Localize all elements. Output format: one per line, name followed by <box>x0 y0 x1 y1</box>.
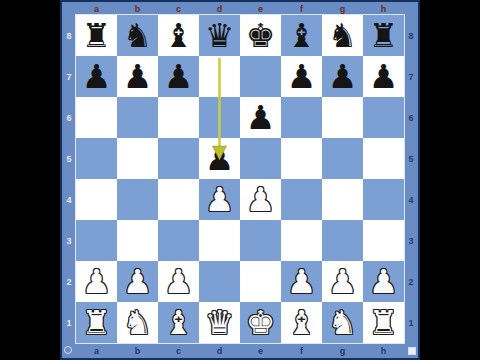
square-b8: ♞ <box>117 15 158 56</box>
piece-wp-f2: ♟ <box>287 261 317 302</box>
square-g6 <box>322 97 363 138</box>
rank-label-5: 5 <box>408 154 413 164</box>
file-label-f: f <box>281 346 322 356</box>
file-label-e: e <box>240 346 281 356</box>
file-label-f: f <box>281 4 322 14</box>
square-d3 <box>199 220 240 261</box>
rank-label-6: 6 <box>66 113 71 123</box>
square-h7: ♟ <box>363 56 404 97</box>
square-f3 <box>281 220 322 261</box>
square-g2: ♟ <box>322 261 363 302</box>
file-label-h: h <box>363 346 404 356</box>
square-b4 <box>117 179 158 220</box>
square-a4 <box>76 179 117 220</box>
square-a1: ♜ <box>76 302 117 343</box>
square-b1: ♞ <box>117 302 158 343</box>
square-a5 <box>76 138 117 179</box>
piece-wp-g2: ♟ <box>328 261 358 302</box>
file-label-c: c <box>158 4 199 14</box>
square-h1: ♜ <box>363 302 404 343</box>
file-label-b: b <box>117 346 158 356</box>
piece-bp-b7: ♟ <box>123 56 153 97</box>
rank-label-6: 6 <box>408 113 413 123</box>
square-a7: ♟ <box>76 56 117 97</box>
square-b2: ♟ <box>117 261 158 302</box>
square-g1: ♞ <box>322 302 363 343</box>
rank-labels-left: 87654321 <box>62 15 76 343</box>
file-label-h: h <box>363 4 404 14</box>
square-d5: ♟ <box>199 138 240 179</box>
file-label-a: a <box>76 346 117 356</box>
piece-br-a8: ♜ <box>82 15 112 56</box>
square-h2: ♟ <box>363 261 404 302</box>
square-g8: ♞ <box>322 15 363 56</box>
square-a2: ♟ <box>76 261 117 302</box>
square-g3 <box>322 220 363 261</box>
rank-label-4: 4 <box>408 195 413 205</box>
rank-label-7: 7 <box>66 72 71 82</box>
square-h8: ♜ <box>363 15 404 56</box>
chess-diagram: abcdefgh 87654321 ♜♞♝♛♚♝♞♜♟♟♟♟♟♟♟♟♟♟♟♟♟♟… <box>60 0 420 360</box>
piece-bp-d5: ♟ <box>205 138 235 179</box>
piece-bp-a7: ♟ <box>82 56 112 97</box>
square-f5 <box>281 138 322 179</box>
rank-label-5: 5 <box>66 154 71 164</box>
square-c8: ♝ <box>158 15 199 56</box>
piece-wp-a2: ♟ <box>82 261 112 302</box>
piece-wq-d1: ♛ <box>205 302 235 343</box>
square-a6 <box>76 97 117 138</box>
square-e6: ♟ <box>240 97 281 138</box>
board: ♜♞♝♛♚♝♞♜♟♟♟♟♟♟♟♟♟♟♟♟♟♟♟♟♜♞♝♛♚♝♞♜ <box>76 15 404 343</box>
piece-bk-e8: ♚ <box>246 15 276 56</box>
square-c5 <box>158 138 199 179</box>
piece-bb-c8: ♝ <box>164 15 194 56</box>
video-frame: abcdefgh 87654321 ♜♞♝♛♚♝♞♜♟♟♟♟♟♟♟♟♟♟♟♟♟♟… <box>0 0 480 360</box>
piece-bp-e6: ♟ <box>246 97 276 138</box>
file-labels-top: abcdefgh <box>76 2 404 15</box>
piece-bp-c7: ♟ <box>164 56 194 97</box>
piece-wb-c1: ♝ <box>164 302 194 343</box>
square-h6 <box>363 97 404 138</box>
piece-wr-h1: ♜ <box>369 302 399 343</box>
square-c2: ♟ <box>158 261 199 302</box>
file-label-d: d <box>199 346 240 356</box>
file-label-c: c <box>158 346 199 356</box>
piece-bq-d8: ♛ <box>205 15 235 56</box>
rank-label-1: 1 <box>408 318 413 328</box>
square-e8: ♚ <box>240 15 281 56</box>
rank-label-8: 8 <box>408 31 413 41</box>
square-h4 <box>363 179 404 220</box>
piece-bb-f8: ♝ <box>287 15 317 56</box>
square-f8: ♝ <box>281 15 322 56</box>
file-label-a: a <box>76 4 117 14</box>
rank-label-3: 3 <box>66 236 71 246</box>
rank-label-8: 8 <box>66 31 71 41</box>
square-f1: ♝ <box>281 302 322 343</box>
piece-wk-e1: ♚ <box>246 302 276 343</box>
piece-wn-b1: ♞ <box>123 302 153 343</box>
rank-label-2: 2 <box>66 277 71 287</box>
rank-label-4: 4 <box>66 195 71 205</box>
piece-bn-b8: ♞ <box>123 15 153 56</box>
square-f6 <box>281 97 322 138</box>
square-g5 <box>322 138 363 179</box>
square-c7: ♟ <box>158 56 199 97</box>
rank-label-2: 2 <box>408 277 413 287</box>
file-label-d: d <box>199 4 240 14</box>
file-labels-bottom: abcdefgh <box>76 343 404 358</box>
square-c6 <box>158 97 199 138</box>
square-icon[interactable] <box>408 347 416 355</box>
rank-label-3: 3 <box>408 236 413 246</box>
square-e2 <box>240 261 281 302</box>
square-f2: ♟ <box>281 261 322 302</box>
piece-wn-g1: ♞ <box>328 302 358 343</box>
square-e3 <box>240 220 281 261</box>
square-h3 <box>363 220 404 261</box>
square-d8: ♛ <box>199 15 240 56</box>
square-c3 <box>158 220 199 261</box>
square-e5 <box>240 138 281 179</box>
square-d2 <box>199 261 240 302</box>
piece-wb-f1: ♝ <box>287 302 317 343</box>
square-b5 <box>117 138 158 179</box>
piece-wp-b2: ♟ <box>123 261 153 302</box>
rank-labels-right: 87654321 <box>404 15 418 343</box>
square-d7 <box>199 56 240 97</box>
piece-bp-g7: ♟ <box>328 56 358 97</box>
file-label-b: b <box>117 4 158 14</box>
piece-wp-d4: ♟ <box>205 179 235 220</box>
square-e1: ♚ <box>240 302 281 343</box>
rank-label-1: 1 <box>66 318 71 328</box>
square-e7 <box>240 56 281 97</box>
piece-wp-e4: ♟ <box>246 179 276 220</box>
square-b3 <box>117 220 158 261</box>
square-h5 <box>363 138 404 179</box>
file-label-e: e <box>240 4 281 14</box>
rotate-circle-icon[interactable] <box>64 346 72 354</box>
piece-bn-g8: ♞ <box>328 15 358 56</box>
file-label-g: g <box>322 346 363 356</box>
square-b7: ♟ <box>117 56 158 97</box>
square-c4 <box>158 179 199 220</box>
piece-wp-h2: ♟ <box>369 261 399 302</box>
square-f4 <box>281 179 322 220</box>
file-label-g: g <box>322 4 363 14</box>
piece-br-h8: ♜ <box>369 15 399 56</box>
square-f7: ♟ <box>281 56 322 97</box>
square-d4: ♟ <box>199 179 240 220</box>
square-g4 <box>322 179 363 220</box>
square-d1: ♛ <box>199 302 240 343</box>
piece-bp-f7: ♟ <box>287 56 317 97</box>
square-b6 <box>117 97 158 138</box>
square-a3 <box>76 220 117 261</box>
piece-wr-a1: ♜ <box>82 302 112 343</box>
square-d6 <box>199 97 240 138</box>
piece-wp-c2: ♟ <box>164 261 194 302</box>
rank-label-7: 7 <box>408 72 413 82</box>
square-e4: ♟ <box>240 179 281 220</box>
square-c1: ♝ <box>158 302 199 343</box>
piece-bp-h7: ♟ <box>369 56 399 97</box>
square-g7: ♟ <box>322 56 363 97</box>
letterbox-right <box>420 0 480 360</box>
square-a8: ♜ <box>76 15 117 56</box>
letterbox-left <box>0 0 60 360</box>
